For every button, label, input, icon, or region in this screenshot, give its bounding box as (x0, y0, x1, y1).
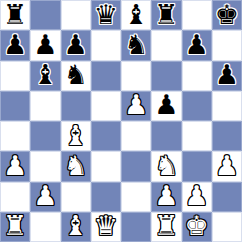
square-c6[interactable]: ♞ (61, 61, 91, 91)
piece-black-knight: ♞ (64, 61, 88, 88)
square-f6[interactable] (151, 61, 181, 91)
piece-white-queen: ♛ (94, 212, 118, 239)
square-d6[interactable] (91, 61, 121, 91)
square-h1[interactable] (212, 212, 242, 242)
square-b4[interactable] (30, 121, 60, 151)
square-c7[interactable]: ♟ (61, 30, 91, 60)
piece-black-pawn: ♟ (33, 31, 57, 58)
square-f1[interactable]: ♜ (151, 212, 181, 242)
square-c8[interactable] (61, 0, 91, 30)
piece-white-king: ♚ (185, 212, 209, 239)
piece-white-knight: ♞ (154, 152, 178, 179)
piece-black-queen: ♛ (94, 1, 118, 28)
piece-white-pawn: ♟ (154, 182, 178, 209)
square-e4[interactable] (121, 121, 151, 151)
piece-white-pawn: ♟ (215, 152, 239, 179)
square-e8[interactable]: ♝ (121, 0, 151, 30)
square-c2[interactable] (61, 182, 91, 212)
square-g2[interactable]: ♟ (182, 182, 212, 212)
square-h3[interactable]: ♟ (212, 151, 242, 181)
piece-black-pawn: ♟ (154, 91, 178, 118)
square-a8[interactable]: ♜ (0, 0, 30, 30)
square-h8[interactable]: ♚ (212, 0, 242, 30)
square-g7[interactable]: ♟ (182, 30, 212, 60)
piece-black-bishop: ♝ (33, 61, 57, 88)
square-f4[interactable] (151, 121, 181, 151)
square-d4[interactable] (91, 121, 121, 151)
square-b7[interactable]: ♟ (30, 30, 60, 60)
square-f3[interactable]: ♞ (151, 151, 181, 181)
square-c3[interactable]: ♞ (61, 151, 91, 181)
square-a2[interactable] (0, 182, 30, 212)
piece-white-pawn: ♟ (185, 182, 209, 209)
square-g4[interactable] (182, 121, 212, 151)
square-b8[interactable] (30, 0, 60, 30)
piece-black-rook: ♜ (3, 1, 27, 28)
piece-white-rook: ♜ (3, 212, 27, 239)
square-h6[interactable]: ♟ (212, 61, 242, 91)
piece-white-bishop: ♝ (64, 212, 88, 239)
piece-black-pawn: ♟ (3, 31, 27, 58)
square-h7[interactable] (212, 30, 242, 60)
square-f7[interactable] (151, 30, 181, 60)
square-b3[interactable] (30, 151, 60, 181)
piece-black-pawn: ♟ (64, 31, 88, 58)
square-a4[interactable] (0, 121, 30, 151)
piece-black-bishop: ♝ (124, 1, 148, 28)
square-b6[interactable]: ♝ (30, 61, 60, 91)
square-d8[interactable]: ♛ (91, 0, 121, 30)
square-e1[interactable] (121, 212, 151, 242)
square-e6[interactable] (121, 61, 151, 91)
square-e7[interactable]: ♞ (121, 30, 151, 60)
square-h4[interactable] (212, 121, 242, 151)
square-d1[interactable]: ♛ (91, 212, 121, 242)
piece-white-pawn: ♟ (124, 91, 148, 118)
square-g6[interactable] (182, 61, 212, 91)
piece-white-pawn: ♟ (3, 152, 27, 179)
square-f8[interactable]: ♜ (151, 0, 181, 30)
square-g3[interactable] (182, 151, 212, 181)
square-h5[interactable] (212, 91, 242, 121)
square-b1[interactable] (30, 212, 60, 242)
square-c4[interactable]: ♝ (61, 121, 91, 151)
piece-black-knight: ♞ (124, 31, 148, 58)
square-g1[interactable]: ♚ (182, 212, 212, 242)
chess-board: ♜♛♝♜♚♟♟♟♞♟♝♞♟♟♟♝♟♞♞♟♟♟♟♜♝♛♜♚ (0, 0, 242, 242)
square-d3[interactable] (91, 151, 121, 181)
square-f2[interactable]: ♟ (151, 182, 181, 212)
square-c1[interactable]: ♝ (61, 212, 91, 242)
piece-white-bishop: ♝ (64, 122, 88, 149)
piece-black-pawn: ♟ (215, 61, 239, 88)
square-a7[interactable]: ♟ (0, 30, 30, 60)
square-a3[interactable]: ♟ (0, 151, 30, 181)
square-f5[interactable]: ♟ (151, 91, 181, 121)
square-b2[interactable]: ♟ (30, 182, 60, 212)
piece-black-rook: ♜ (154, 1, 178, 28)
square-h2[interactable] (212, 182, 242, 212)
piece-black-king: ♚ (215, 1, 239, 28)
square-d7[interactable] (91, 30, 121, 60)
piece-white-pawn: ♟ (33, 182, 57, 209)
piece-white-rook: ♜ (154, 212, 178, 239)
square-a5[interactable] (0, 91, 30, 121)
square-g5[interactable] (182, 91, 212, 121)
square-b5[interactable] (30, 91, 60, 121)
square-d5[interactable] (91, 91, 121, 121)
square-e3[interactable] (121, 151, 151, 181)
square-c5[interactable] (61, 91, 91, 121)
square-d2[interactable] (91, 182, 121, 212)
square-g8[interactable] (182, 0, 212, 30)
square-a1[interactable]: ♜ (0, 212, 30, 242)
square-e2[interactable] (121, 182, 151, 212)
piece-white-knight: ♞ (64, 152, 88, 179)
square-e5[interactable]: ♟ (121, 91, 151, 121)
piece-black-pawn: ♟ (185, 31, 209, 58)
square-a6[interactable] (0, 61, 30, 91)
